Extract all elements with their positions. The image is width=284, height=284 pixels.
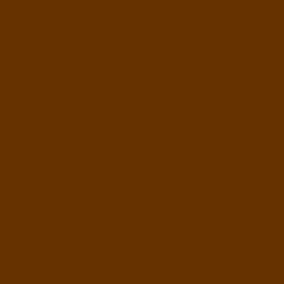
file-labels	[12, 0, 276, 12]
rank-labels	[0, 12, 12, 276]
chess-board	[12, 12, 276, 276]
chess-board-frame	[0, 0, 284, 284]
